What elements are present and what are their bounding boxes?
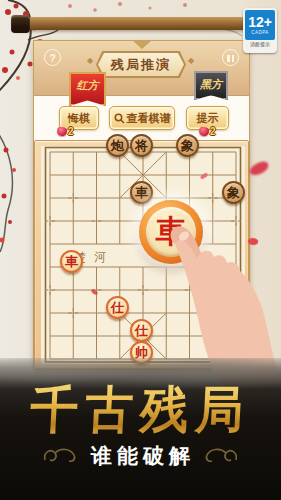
cloud-scroll-icon: [202, 446, 240, 466]
age-rating-number: 12+: [248, 15, 272, 29]
age-rating-label: 适龄提示: [245, 40, 275, 49]
footer-subtitle-row: 谁能破解: [0, 442, 281, 470]
footer-subtitle: 谁能破解: [86, 442, 195, 470]
footer-title: 千古残局: [0, 376, 281, 443]
app-screen: ? 残局推演 ◆ ◆ 红方 黑方 悔棋 查看棋谱 提示: [0, 0, 281, 500]
cloud-scroll-icon: [41, 446, 79, 466]
age-rating-org: CADPA: [251, 30, 269, 35]
age-rating-badge: 12+ CADPA 适龄提示: [243, 8, 277, 53]
footer-ink-banner: 千古残局 谁能破解: [0, 358, 281, 500]
